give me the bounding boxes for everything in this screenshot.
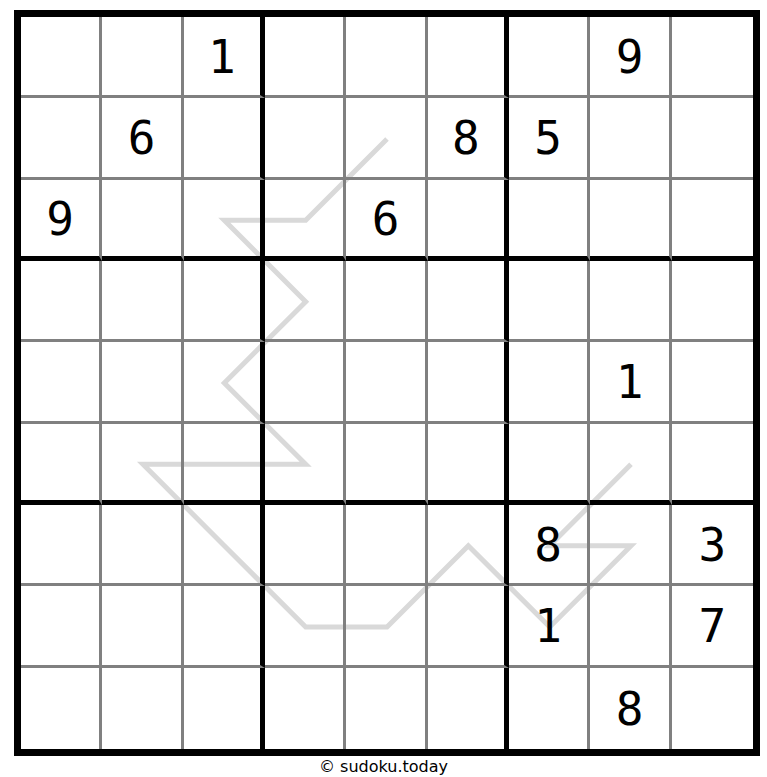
given-digit: 7 bbox=[698, 603, 726, 649]
cell-r7c7[interactable]: 8 bbox=[509, 505, 590, 586]
cell-r5c7[interactable] bbox=[509, 342, 590, 423]
cell-r4c7[interactable] bbox=[509, 261, 590, 342]
cell-r7c3[interactable] bbox=[184, 505, 265, 586]
cell-r2c6[interactable]: 8 bbox=[428, 98, 509, 179]
given-digit: 5 bbox=[534, 115, 562, 161]
cell-r6c7[interactable] bbox=[509, 424, 590, 505]
cell-r1c4[interactable] bbox=[265, 17, 346, 98]
cell-r7c4[interactable] bbox=[265, 505, 346, 586]
given-digit: 1 bbox=[534, 603, 562, 649]
cell-r4c9[interactable] bbox=[672, 261, 753, 342]
cell-r4c3[interactable] bbox=[184, 261, 265, 342]
cell-r7c2[interactable] bbox=[102, 505, 183, 586]
given-digit: 3 bbox=[698, 522, 726, 568]
cell-r8c9[interactable]: 7 bbox=[672, 586, 753, 667]
given-digit: 8 bbox=[616, 686, 644, 732]
cell-r8c2[interactable] bbox=[102, 586, 183, 667]
cell-r3c9[interactable] bbox=[672, 180, 753, 261]
cell-r8c7[interactable]: 1 bbox=[509, 586, 590, 667]
cell-r9c9[interactable] bbox=[672, 668, 753, 749]
cell-r8c1[interactable] bbox=[21, 586, 102, 667]
cell-r2c3[interactable] bbox=[184, 98, 265, 179]
cell-r8c3[interactable] bbox=[184, 586, 265, 667]
cell-r9c2[interactable] bbox=[102, 668, 183, 749]
cell-r6c5[interactable] bbox=[346, 424, 427, 505]
cell-r8c8[interactable] bbox=[590, 586, 671, 667]
cell-r2c5[interactable] bbox=[346, 98, 427, 179]
cell-r1c1[interactable] bbox=[21, 17, 102, 98]
cell-r9c3[interactable] bbox=[184, 668, 265, 749]
cell-r5c1[interactable] bbox=[21, 342, 102, 423]
cell-r3c6[interactable] bbox=[428, 180, 509, 261]
cell-r1c7[interactable] bbox=[509, 17, 590, 98]
cell-r9c5[interactable] bbox=[346, 668, 427, 749]
cell-r7c6[interactable] bbox=[428, 505, 509, 586]
cell-r6c1[interactable] bbox=[21, 424, 102, 505]
cell-r4c1[interactable] bbox=[21, 261, 102, 342]
copyright-footer: © sudoku.today bbox=[0, 757, 767, 776]
cell-r4c5[interactable] bbox=[346, 261, 427, 342]
cell-r3c7[interactable] bbox=[509, 180, 590, 261]
cell-r1c2[interactable] bbox=[102, 17, 183, 98]
cell-r1c6[interactable] bbox=[428, 17, 509, 98]
cell-r9c7[interactable] bbox=[509, 668, 590, 749]
cell-r6c6[interactable] bbox=[428, 424, 509, 505]
given-digit: 8 bbox=[534, 522, 562, 568]
cell-r2c1[interactable] bbox=[21, 98, 102, 179]
cell-r3c4[interactable] bbox=[265, 180, 346, 261]
cell-r8c6[interactable] bbox=[428, 586, 509, 667]
given-digit: 9 bbox=[616, 34, 644, 80]
cell-r5c2[interactable] bbox=[102, 342, 183, 423]
given-digit: 9 bbox=[46, 196, 74, 242]
cell-r6c9[interactable] bbox=[672, 424, 753, 505]
cell-r3c2[interactable] bbox=[102, 180, 183, 261]
cell-r6c2[interactable] bbox=[102, 424, 183, 505]
cell-r4c8[interactable] bbox=[590, 261, 671, 342]
given-digit: 1 bbox=[208, 34, 236, 80]
given-digit: 6 bbox=[372, 196, 400, 242]
cell-r7c5[interactable] bbox=[346, 505, 427, 586]
cell-r6c3[interactable] bbox=[184, 424, 265, 505]
cell-r9c1[interactable] bbox=[21, 668, 102, 749]
cell-r8c4[interactable] bbox=[265, 586, 346, 667]
cell-r7c9[interactable]: 3 bbox=[672, 505, 753, 586]
cell-r2c9[interactable] bbox=[672, 98, 753, 179]
cell-r2c7[interactable]: 5 bbox=[509, 98, 590, 179]
cell-r5c3[interactable] bbox=[184, 342, 265, 423]
cell-r9c6[interactable] bbox=[428, 668, 509, 749]
cell-r6c8[interactable] bbox=[590, 424, 671, 505]
cell-r3c8[interactable] bbox=[590, 180, 671, 261]
cell-r1c5[interactable] bbox=[346, 17, 427, 98]
cell-r3c3[interactable] bbox=[184, 180, 265, 261]
sudoku-board: 1968596183178 bbox=[14, 10, 760, 756]
cell-r5c8[interactable]: 1 bbox=[590, 342, 671, 423]
cell-r5c5[interactable] bbox=[346, 342, 427, 423]
cell-r9c4[interactable] bbox=[265, 668, 346, 749]
cell-r2c8[interactable] bbox=[590, 98, 671, 179]
cell-r1c9[interactable] bbox=[672, 17, 753, 98]
cell-r5c9[interactable] bbox=[672, 342, 753, 423]
cell-r7c8[interactable] bbox=[590, 505, 671, 586]
cell-r7c1[interactable] bbox=[21, 505, 102, 586]
cell-r1c3[interactable]: 1 bbox=[184, 17, 265, 98]
cell-r3c5[interactable]: 6 bbox=[346, 180, 427, 261]
cell-r4c6[interactable] bbox=[428, 261, 509, 342]
cell-r2c4[interactable] bbox=[265, 98, 346, 179]
cell-r9c8[interactable]: 8 bbox=[590, 668, 671, 749]
cell-r4c2[interactable] bbox=[102, 261, 183, 342]
cell-r4c4[interactable] bbox=[265, 261, 346, 342]
cell-r8c5[interactable] bbox=[346, 586, 427, 667]
given-digit: 8 bbox=[452, 115, 480, 161]
sudoku-grid: 1968596183178 bbox=[21, 17, 753, 749]
cell-r6c4[interactable] bbox=[265, 424, 346, 505]
given-digit: 1 bbox=[616, 359, 644, 405]
cell-r1c8[interactable]: 9 bbox=[590, 17, 671, 98]
page: 1968596183178 © sudoku.today bbox=[0, 0, 767, 777]
cell-r2c2[interactable]: 6 bbox=[102, 98, 183, 179]
cell-r5c6[interactable] bbox=[428, 342, 509, 423]
cell-r3c1[interactable]: 9 bbox=[21, 180, 102, 261]
given-digit: 6 bbox=[128, 115, 156, 161]
cell-r5c4[interactable] bbox=[265, 342, 346, 423]
